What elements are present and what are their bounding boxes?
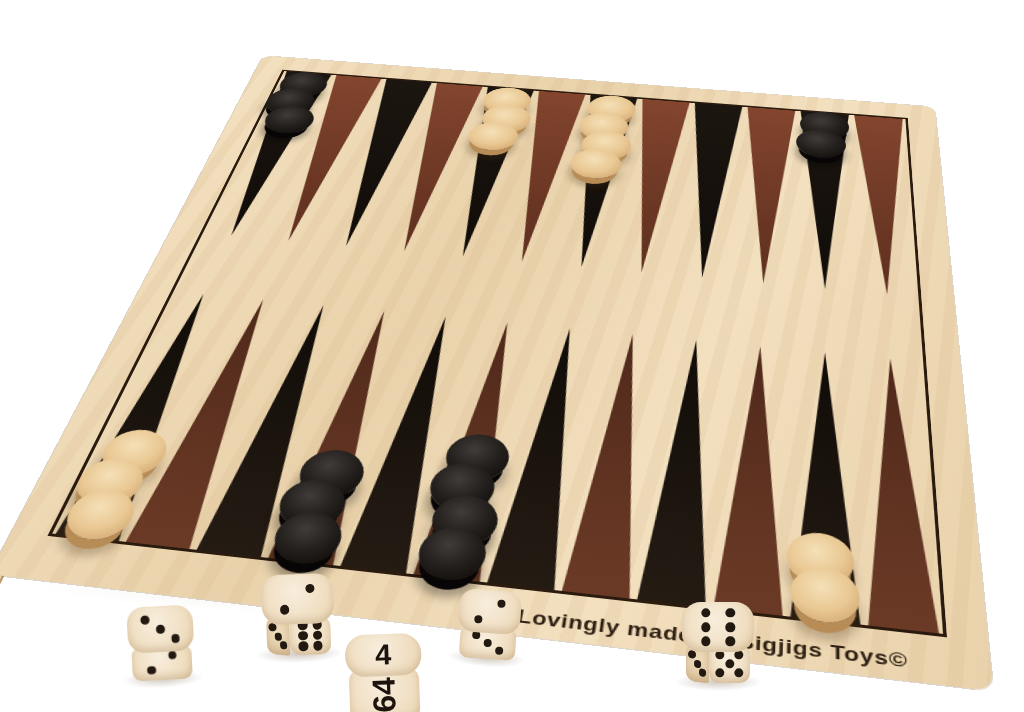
checker-natural[interactable]: [790, 564, 861, 626]
die-top-face: [682, 602, 754, 652]
die-pip: [701, 637, 710, 646]
die-1[interactable]: [126, 604, 196, 681]
die-pip: [688, 651, 696, 660]
die-top-face: [457, 588, 522, 636]
doubling-cube-top-value: 4: [375, 638, 392, 672]
doubling-cube-front-value: 64: [365, 676, 403, 712]
die-pip: [299, 641, 309, 651]
bottom-point-9: [633, 335, 728, 608]
die-pip: [168, 651, 177, 660]
checker-black[interactable]: [426, 493, 502, 550]
bottom-point-2: [122, 294, 294, 549]
die-pip: [715, 668, 724, 677]
die-pip: [156, 625, 165, 634]
checker-black[interactable]: [293, 447, 370, 500]
die-pip: [280, 605, 290, 615]
die-pip: [726, 637, 735, 646]
checker-black[interactable]: [413, 524, 491, 583]
bottom-point-1: [52, 289, 234, 542]
playing-area: [47, 70, 947, 638]
die-top-face: [126, 604, 194, 654]
checker-black[interactable]: [441, 432, 514, 484]
checker-natural[interactable]: [57, 487, 143, 543]
checker-natural[interactable]: [93, 427, 175, 479]
die-pip: [701, 623, 710, 632]
die-pip: [313, 641, 323, 651]
die-pip: [313, 630, 323, 640]
die-pip: [298, 631, 308, 641]
die-top-face: [261, 573, 335, 626]
top-point-9: [672, 103, 745, 283]
die-3[interactable]: [456, 588, 523, 662]
die-pip: [474, 615, 483, 624]
die-pip: [268, 624, 276, 633]
die-pip: [698, 668, 706, 677]
bottom-point-11: [787, 347, 865, 625]
die-pip: [147, 666, 156, 675]
die-pip: [305, 584, 315, 594]
die-pip: [483, 639, 492, 648]
die-pip: [171, 634, 180, 643]
die-4[interactable]: [682, 602, 754, 683]
bottom-point-6: [410, 317, 539, 582]
bottom-point-8: [558, 329, 665, 599]
checker-black[interactable]: [267, 509, 348, 567]
die-pip: [725, 659, 734, 668]
bottom-point-3: [193, 300, 355, 557]
die-pip: [734, 668, 743, 677]
bottom-point-5: [337, 311, 477, 573]
bottom-point-7: [484, 323, 602, 590]
bottom-point-10: [710, 341, 793, 616]
die-pip: [274, 632, 282, 641]
die-pip: [495, 647, 504, 656]
checker-natural[interactable]: [68, 456, 152, 510]
checker-black[interactable]: [272, 477, 352, 533]
die-pip: [497, 600, 506, 609]
bottom-point-12: [857, 353, 942, 634]
die-pip: [141, 615, 150, 624]
die-top-face: 4: [344, 633, 421, 677]
product-photo-scene: Lovingly made by Bigjigs Toys© 464: [0, 0, 1024, 712]
doubling-cube[interactable]: 464: [344, 633, 423, 712]
checker-natural[interactable]: [786, 530, 855, 590]
die-pip: [279, 641, 287, 650]
die-pip: [726, 608, 735, 617]
bottom-point-4: [265, 306, 416, 566]
die-pip: [726, 623, 735, 632]
die-2[interactable]: [261, 573, 336, 656]
die-pip: [693, 659, 701, 668]
bottom-points-row: [52, 289, 943, 634]
checker-black[interactable]: [425, 461, 500, 515]
die-pip: [701, 608, 710, 617]
top-point-12: [851, 115, 918, 299]
top-point-10: [732, 107, 798, 288]
